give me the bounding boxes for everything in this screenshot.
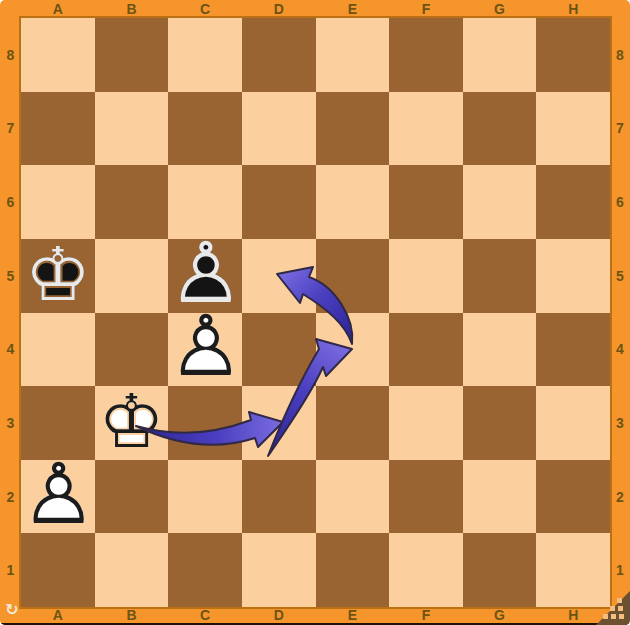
square-e5[interactable]: [316, 239, 390, 313]
square-h7[interactable]: [536, 92, 610, 166]
square-f3[interactable]: [389, 386, 463, 460]
square-d5[interactable]: [242, 239, 316, 313]
square-f7[interactable]: [389, 92, 463, 166]
file-label-b: B: [95, 607, 169, 623]
chess-board-widget: ABCDEFGH 87654321 87654321 ABCDEFGH ♚♔♟♙…: [0, 0, 630, 625]
square-a1[interactable]: [21, 533, 95, 607]
file-label-a: A: [21, 0, 95, 18]
square-e6[interactable]: [316, 165, 390, 239]
rank-label-1: 1: [0, 533, 21, 607]
square-b4[interactable]: [95, 313, 169, 387]
square-a8[interactable]: [21, 18, 95, 92]
square-d6[interactable]: [242, 165, 316, 239]
rank-label-7: 7: [610, 92, 630, 166]
square-h4[interactable]: [536, 313, 610, 387]
square-e2[interactable]: [316, 460, 390, 534]
file-labels-bottom: ABCDEFGH: [21, 607, 610, 623]
square-g3[interactable]: [463, 386, 537, 460]
square-f2[interactable]: [389, 460, 463, 534]
square-g7[interactable]: [463, 92, 537, 166]
square-f5[interactable]: [389, 239, 463, 313]
square-g8[interactable]: [463, 18, 537, 92]
rank-labels-right: 87654321: [610, 18, 630, 607]
file-label-f: F: [389, 0, 463, 18]
rank-label-5: 5: [610, 239, 630, 313]
rank-label-7: 7: [0, 92, 21, 166]
rank-label-2: 2: [610, 460, 630, 534]
square-h3[interactable]: [536, 386, 610, 460]
rank-label-3: 3: [610, 386, 630, 460]
square-b6[interactable]: [95, 165, 169, 239]
square-h2[interactable]: [536, 460, 610, 534]
square-b3[interactable]: ♚♔: [95, 386, 169, 460]
rank-label-4: 4: [0, 313, 21, 387]
file-label-e: E: [316, 0, 390, 18]
square-f1[interactable]: [389, 533, 463, 607]
square-c3[interactable]: [168, 386, 242, 460]
black-king[interactable]: ♚♔: [21, 239, 95, 313]
square-f8[interactable]: [389, 18, 463, 92]
square-c8[interactable]: [168, 18, 242, 92]
square-c2[interactable]: [168, 460, 242, 534]
reset-board-button[interactable]: ↻: [2, 600, 22, 620]
square-a6[interactable]: [21, 165, 95, 239]
square-g4[interactable]: [463, 313, 537, 387]
file-label-c: C: [168, 0, 242, 18]
square-c7[interactable]: [168, 92, 242, 166]
file-label-e: E: [316, 607, 390, 623]
square-a7[interactable]: [21, 92, 95, 166]
square-e4[interactable]: [316, 313, 390, 387]
square-b5[interactable]: [95, 239, 169, 313]
rank-label-3: 3: [0, 386, 21, 460]
square-h8[interactable]: [536, 18, 610, 92]
white-king[interactable]: ♚♔: [95, 386, 169, 460]
square-a4[interactable]: [21, 313, 95, 387]
square-d8[interactable]: [242, 18, 316, 92]
chess-board: ♚♔♟♙♟♙♚♔♟♙: [21, 18, 610, 607]
rank-label-8: 8: [0, 18, 21, 92]
square-g1[interactable]: [463, 533, 537, 607]
rank-label-6: 6: [0, 165, 21, 239]
file-label-h: H: [536, 0, 610, 18]
square-a2[interactable]: ♟♙: [21, 460, 95, 534]
square-a5[interactable]: ♚♔: [21, 239, 95, 313]
file-label-g: G: [463, 607, 537, 623]
square-d2[interactable]: [242, 460, 316, 534]
file-label-c: C: [168, 607, 242, 623]
square-b1[interactable]: [95, 533, 169, 607]
white-pawn-glyph-outline: ♙: [168, 305, 242, 389]
square-d4[interactable]: [242, 313, 316, 387]
black-king-glyph-outline: ♔: [21, 236, 95, 310]
square-e8[interactable]: [316, 18, 390, 92]
resize-grip-icon[interactable]: [596, 591, 630, 625]
file-label-a: A: [21, 607, 95, 623]
white-pawn[interactable]: ♟♙: [168, 313, 242, 387]
square-f4[interactable]: [389, 313, 463, 387]
file-labels-top: ABCDEFGH: [21, 0, 610, 18]
file-label-d: D: [242, 607, 316, 623]
square-g2[interactable]: [463, 460, 537, 534]
square-c4[interactable]: ♟♙: [168, 313, 242, 387]
white-pawn-glyph-outline: ♙: [21, 452, 95, 536]
square-e7[interactable]: [316, 92, 390, 166]
file-label-b: B: [95, 0, 169, 18]
rank-label-2: 2: [0, 460, 21, 534]
rank-label-8: 8: [610, 18, 630, 92]
square-c1[interactable]: [168, 533, 242, 607]
square-h5[interactable]: [536, 239, 610, 313]
square-d1[interactable]: [242, 533, 316, 607]
square-b8[interactable]: [95, 18, 169, 92]
rank-label-6: 6: [610, 165, 630, 239]
rank-label-5: 5: [0, 239, 21, 313]
square-b7[interactable]: [95, 92, 169, 166]
square-d7[interactable]: [242, 92, 316, 166]
square-e3[interactable]: [316, 386, 390, 460]
square-d3[interactable]: [242, 386, 316, 460]
square-f6[interactable]: [389, 165, 463, 239]
square-e1[interactable]: [316, 533, 390, 607]
rank-label-4: 4: [610, 313, 630, 387]
white-king-glyph-outline: ♔: [95, 384, 169, 458]
file-label-d: D: [242, 0, 316, 18]
file-label-g: G: [463, 0, 537, 18]
square-b2[interactable]: [95, 460, 169, 534]
white-pawn[interactable]: ♟♙: [21, 460, 95, 534]
square-h6[interactable]: [536, 165, 610, 239]
square-g5[interactable]: [463, 239, 537, 313]
rank-labels-left: 87654321: [0, 18, 21, 607]
file-label-f: F: [389, 607, 463, 623]
square-g6[interactable]: [463, 165, 537, 239]
